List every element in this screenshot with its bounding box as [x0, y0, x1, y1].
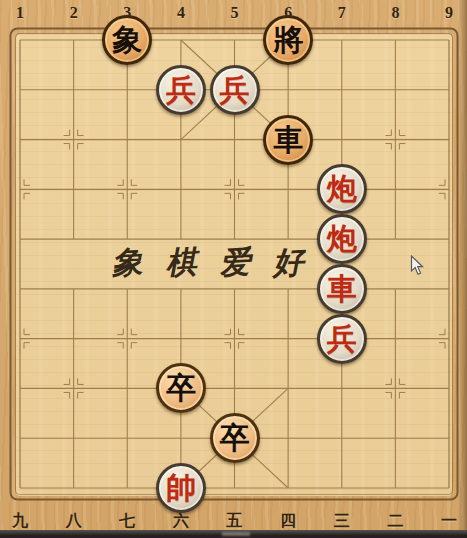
right-edge-shadow — [458, 0, 467, 538]
red-general-glyph: 帥 — [166, 473, 196, 503]
board-point-c4r5[interactable] — [154, 214, 208, 264]
board-point-c4r8[interactable]: 卒 — [154, 363, 208, 413]
board-point-c5r5[interactable] — [208, 214, 262, 264]
board-point-c6r8[interactable] — [261, 363, 315, 413]
board-point-c3r4[interactable] — [100, 164, 154, 214]
board-point-c6r10[interactable] — [261, 463, 315, 513]
black-general-glyph: 將 — [273, 25, 303, 55]
board-point-c8r10[interactable] — [369, 463, 423, 513]
mouse-cursor-icon — [410, 255, 425, 280]
board-point-c5r1[interactable] — [208, 15, 262, 65]
board-point-c4r2[interactable]: 兵 — [154, 65, 208, 115]
board-point-c2r9[interactable] — [47, 413, 101, 463]
file-label-bottom-6: 四 — [280, 511, 296, 532]
board-point-c8r8[interactable] — [369, 363, 423, 413]
black-elephant-piece[interactable]: 象 — [102, 15, 152, 65]
board-point-c8r3[interactable] — [369, 115, 423, 165]
board-point-c4r4[interactable] — [154, 164, 208, 214]
board-point-c2r4[interactable] — [47, 164, 101, 214]
board-point-c3r2[interactable] — [100, 65, 154, 115]
bottom-taskbar-sliver[interactable] — [0, 530, 467, 538]
red-pawn-glyph: 兵 — [327, 324, 357, 354]
board-point-c6r4[interactable] — [261, 164, 315, 214]
board-point-c3r8[interactable] — [100, 363, 154, 413]
board-point-c4r7[interactable] — [154, 314, 208, 364]
board-point-c6r3[interactable]: 車 — [261, 115, 315, 165]
wood-background: 123456789 九八七六五四三二一 象棋爱好 象將兵兵車炮炮車兵卒卒帥 — [0, 0, 467, 538]
red-pawn-piece[interactable]: 兵 — [156, 65, 206, 115]
board-point-c1r2[interactable] — [0, 65, 47, 115]
board-point-c4r6[interactable] — [154, 264, 208, 314]
red-cannon-piece[interactable]: 炮 — [317, 214, 367, 264]
board-point-c7r2[interactable] — [315, 65, 369, 115]
red-general-piece[interactable]: 帥 — [156, 463, 206, 513]
board-point-c4r1[interactable] — [154, 15, 208, 65]
file-label-bottom-4: 六 — [173, 511, 189, 532]
file-label-bottom-8: 二 — [387, 511, 403, 532]
board-point-c7r6[interactable]: 車 — [315, 264, 369, 314]
file-label-bottom-5: 五 — [227, 511, 243, 532]
board-point-c2r8[interactable] — [47, 363, 101, 413]
board-point-c1r4[interactable] — [0, 164, 47, 214]
board-point-c5r10[interactable] — [208, 463, 262, 513]
board-point-c8r4[interactable] — [369, 164, 423, 214]
taskbar-text-smudge — [222, 532, 250, 536]
board-point-c3r3[interactable] — [100, 115, 154, 165]
board-point-c1r6[interactable] — [0, 264, 47, 314]
xiangqi-board[interactable]: 象將兵兵車炮炮車兵卒卒帥 — [0, 15, 467, 513]
black-general-piece[interactable]: 將 — [263, 15, 313, 65]
board-point-c6r7[interactable] — [261, 314, 315, 364]
board-point-c1r1[interactable] — [0, 15, 47, 65]
board-point-c6r9[interactable] — [261, 413, 315, 463]
red-cannon-glyph: 炮 — [327, 224, 357, 254]
board-point-c3r1[interactable]: 象 — [100, 15, 154, 65]
black-pawn-piece[interactable]: 卒 — [156, 363, 206, 413]
board-point-c7r1[interactable] — [315, 15, 369, 65]
board-point-c7r7[interactable]: 兵 — [315, 314, 369, 364]
red-chariot-piece[interactable]: 車 — [317, 264, 367, 314]
red-chariot-glyph: 車 — [327, 274, 357, 304]
board-point-c3r5[interactable] — [100, 214, 154, 264]
board-point-c5r8[interactable] — [208, 363, 262, 413]
board-point-c4r10[interactable]: 帥 — [154, 463, 208, 513]
board-point-c6r5[interactable] — [261, 214, 315, 264]
board-point-c6r6[interactable] — [261, 264, 315, 314]
board-point-c8r1[interactable] — [369, 15, 423, 65]
black-pawn-glyph: 卒 — [166, 373, 196, 403]
board-point-c7r5[interactable]: 炮 — [315, 214, 369, 264]
board-point-c1r7[interactable] — [0, 314, 47, 364]
board-point-c2r5[interactable] — [47, 214, 101, 264]
board-point-c1r8[interactable] — [0, 363, 47, 413]
file-label-bottom-7: 三 — [334, 511, 350, 532]
black-chariot-glyph: 車 — [273, 125, 303, 155]
red-pawn-piece[interactable]: 兵 — [317, 314, 367, 364]
board-point-c2r1[interactable] — [47, 15, 101, 65]
board-point-c8r7[interactable] — [369, 314, 423, 364]
board-point-c4r9[interactable] — [154, 413, 208, 463]
red-pawn-piece[interactable]: 兵 — [210, 65, 260, 115]
board-point-c2r3[interactable] — [47, 115, 101, 165]
red-cannon-piece[interactable]: 炮 — [317, 164, 367, 214]
board-point-c5r9[interactable]: 卒 — [208, 413, 262, 463]
board-point-c2r6[interactable] — [47, 264, 101, 314]
board-point-c7r8[interactable] — [315, 363, 369, 413]
red-pawn-glyph: 兵 — [220, 75, 250, 105]
file-label-bottom-3: 七 — [119, 511, 135, 532]
board-point-c3r6[interactable] — [100, 264, 154, 314]
file-label-bottom-1: 九 — [12, 511, 28, 532]
board-point-c4r3[interactable] — [154, 115, 208, 165]
board-point-c2r2[interactable] — [47, 65, 101, 115]
board-point-c8r9[interactable] — [369, 413, 423, 463]
board-point-c8r2[interactable] — [369, 65, 423, 115]
black-pawn-glyph: 卒 — [220, 423, 250, 453]
board-point-c7r10[interactable] — [315, 463, 369, 513]
board-point-c5r3[interactable] — [208, 115, 262, 165]
black-pawn-piece[interactable]: 卒 — [210, 413, 260, 463]
board-point-c1r9[interactable] — [0, 413, 47, 463]
board-point-c5r4[interactable] — [208, 164, 262, 214]
board-point-c2r7[interactable] — [47, 314, 101, 364]
board-point-c5r6[interactable] — [208, 264, 262, 314]
black-elephant-glyph: 象 — [112, 25, 142, 55]
red-cannon-glyph: 炮 — [327, 174, 357, 204]
board-point-c7r4[interactable]: 炮 — [315, 164, 369, 214]
black-chariot-piece[interactable]: 車 — [263, 115, 313, 165]
board-point-c1r3[interactable] — [0, 115, 47, 165]
board-point-c6r2[interactable] — [261, 65, 315, 115]
board-point-c1r10[interactable] — [0, 463, 47, 513]
red-pawn-glyph: 兵 — [166, 75, 196, 105]
board-point-c2r10[interactable] — [47, 463, 101, 513]
board-point-c6r1[interactable]: 將 — [261, 15, 315, 65]
board-point-c5r2[interactable]: 兵 — [208, 65, 262, 115]
board-point-c3r7[interactable] — [100, 314, 154, 364]
file-label-bottom-9: 一 — [441, 511, 457, 532]
board-point-c3r10[interactable] — [100, 463, 154, 513]
board-point-c1r5[interactable] — [0, 214, 47, 264]
file-label-bottom-2: 八 — [66, 511, 82, 532]
board-point-c7r3[interactable] — [315, 115, 369, 165]
board-point-c5r7[interactable] — [208, 314, 262, 364]
board-point-c7r9[interactable] — [315, 413, 369, 463]
board-point-c3r9[interactable] — [100, 413, 154, 463]
